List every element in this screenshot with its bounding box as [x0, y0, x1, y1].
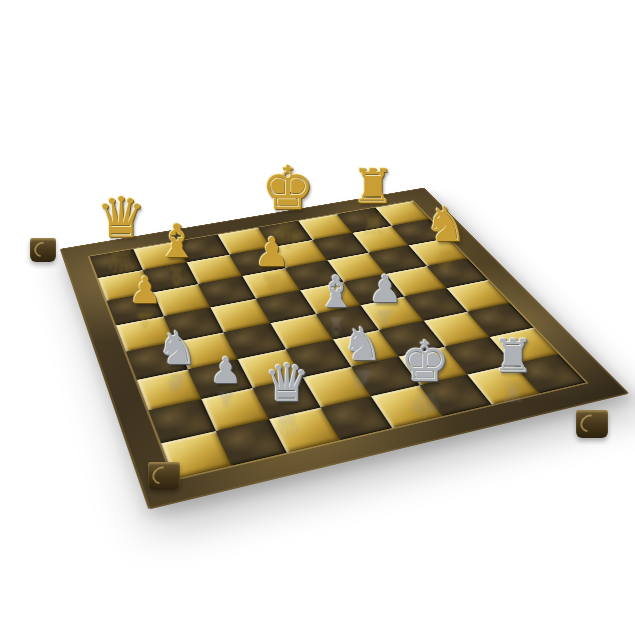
piece-gold-P-a5[interactable]: ♟	[128, 272, 161, 309]
ionic-scroll-leg-2	[148, 462, 180, 490]
piece-silver-K-f1[interactable]: ♚	[400, 334, 450, 390]
square-a2[interactable]	[149, 399, 216, 443]
square-b1[interactable]	[216, 419, 287, 466]
piece-silver-B-e4[interactable]: ♝	[316, 270, 355, 314]
piece-silver-P-a3[interactable]: ♟	[210, 353, 242, 389]
piece-gold-N-h6[interactable]: ♞	[424, 200, 467, 248]
piece-gold-B-b7[interactable]: ♝	[156, 218, 197, 264]
piece-silver-R-h1[interactable]: ♜	[492, 333, 533, 379]
piece-silver-N-e2[interactable]: ♞	[341, 321, 382, 367]
square-d2[interactable]	[303, 367, 371, 408]
piece-gold-R-g8[interactable]: ♜	[351, 162, 394, 210]
square-b2[interactable]	[201, 388, 269, 431]
square-d4[interactable]	[270, 314, 333, 349]
piece-gold-P-d6[interactable]: ♟	[254, 232, 290, 272]
piece-silver-Q-b1[interactable]: ♛	[264, 357, 311, 409]
piece-gold-Q-a8[interactable]: ♛	[96, 190, 146, 246]
chess-set-photo: ♜♚♛♞♝♟♟♟♝♞♞♜♟♚♛♜♚♛♞♝♟♟♟♝♞♞♜♟♚♛	[0, 0, 635, 635]
piece-silver-N-a4[interactable]: ♞	[156, 325, 197, 371]
piece-gold-K-e8[interactable]: ♚	[261, 158, 315, 218]
piece-silver-P-f4[interactable]: ♟	[368, 270, 402, 308]
square-c1[interactable]	[269, 407, 340, 452]
square-a3[interactable]	[137, 369, 201, 410]
ionic-scroll-leg-1	[30, 238, 56, 262]
ionic-scroll-leg-3	[576, 410, 608, 438]
square-d1[interactable]	[321, 396, 392, 440]
